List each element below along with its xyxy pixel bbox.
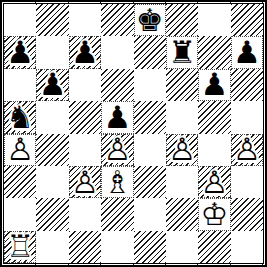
square-a1[interactable]: ♜♖ <box>4 231 36 263</box>
piece-white-pawn: ♟♙ <box>198 166 230 198</box>
square-d4[interactable]: ♟♙ <box>101 134 133 166</box>
black-rook-glyph: ♜ <box>166 36 198 68</box>
black-pawn-glyph: ♟ <box>4 36 36 68</box>
square-b2[interactable] <box>36 198 68 230</box>
square-b3[interactable] <box>36 166 68 198</box>
square-e6[interactable] <box>134 69 166 101</box>
square-a7[interactable]: ♟♟ <box>4 36 36 68</box>
square-h5[interactable] <box>231 101 263 133</box>
piece-white-bishop: ♝♗ <box>101 166 133 198</box>
square-c6[interactable] <box>69 69 101 101</box>
square-c7[interactable]: ♟♟ <box>69 36 101 68</box>
square-g5[interactable] <box>198 101 230 133</box>
piece-white-pawn: ♟♙ <box>4 134 36 166</box>
square-d3[interactable]: ♝♗ <box>101 166 133 198</box>
square-e1[interactable] <box>134 231 166 263</box>
square-g7[interactable] <box>198 36 230 68</box>
square-d7[interactable] <box>101 36 133 68</box>
square-c2[interactable] <box>69 198 101 230</box>
white-pawn-glyph: ♙ <box>166 134 198 166</box>
square-f4[interactable]: ♟♙ <box>166 134 198 166</box>
square-c1[interactable] <box>69 231 101 263</box>
square-e3[interactable] <box>134 166 166 198</box>
square-f8[interactable] <box>166 4 198 36</box>
square-g3[interactable]: ♟♙ <box>198 166 230 198</box>
black-pawn-glyph: ♟ <box>198 69 230 101</box>
piece-black-king: ♚♚ <box>134 4 166 36</box>
square-b4[interactable] <box>36 134 68 166</box>
square-c3[interactable]: ♟♙ <box>69 166 101 198</box>
square-b8[interactable] <box>36 4 68 36</box>
square-b1[interactable] <box>36 231 68 263</box>
square-b6[interactable]: ♟♟ <box>36 69 68 101</box>
square-a8[interactable] <box>4 4 36 36</box>
square-g1[interactable] <box>198 231 230 263</box>
piece-black-rook: ♜♜ <box>166 36 198 68</box>
square-d1[interactable] <box>101 231 133 263</box>
piece-black-knight: ♞♞ <box>4 101 36 133</box>
square-b5[interactable] <box>36 101 68 133</box>
square-h3[interactable] <box>231 166 263 198</box>
square-g6[interactable]: ♟♟ <box>198 69 230 101</box>
square-f5[interactable] <box>166 101 198 133</box>
piece-white-pawn: ♟♙ <box>231 134 263 166</box>
square-d2[interactable] <box>101 198 133 230</box>
piece-black-pawn: ♟♟ <box>36 69 68 101</box>
square-e4[interactable] <box>134 134 166 166</box>
square-f1[interactable] <box>166 231 198 263</box>
square-f7[interactable]: ♜♜ <box>166 36 198 68</box>
square-c5[interactable] <box>69 101 101 133</box>
square-d5[interactable]: ♟♟ <box>101 101 133 133</box>
piece-white-rook: ♜♖ <box>4 231 36 263</box>
square-f2[interactable] <box>166 198 198 230</box>
piece-white-king: ♚♔ <box>198 198 230 230</box>
square-e5[interactable] <box>134 101 166 133</box>
square-a4[interactable]: ♟♙ <box>4 134 36 166</box>
square-c8[interactable] <box>69 4 101 36</box>
black-knight-glyph: ♞ <box>4 101 36 133</box>
square-h7[interactable]: ♟♟ <box>231 36 263 68</box>
piece-black-pawn: ♟♟ <box>101 101 133 133</box>
square-g4[interactable] <box>198 134 230 166</box>
board-inner-border: ♚♚♟♟♟♟♜♜♟♟♟♟♟♟♞♞♟♟♟♙♟♙♟♙♟♙♟♙♝♗♟♙♚♔♜♖ <box>3 3 264 264</box>
chess-diagram: ♚♚♟♟♟♟♜♜♟♟♟♟♟♟♞♞♟♟♟♙♟♙♟♙♟♙♟♙♝♗♟♙♚♔♜♖ <box>0 0 267 267</box>
black-pawn-glyph: ♟ <box>36 69 68 101</box>
square-h2[interactable] <box>231 198 263 230</box>
piece-white-pawn: ♟♙ <box>101 134 133 166</box>
black-pawn-glyph: ♟ <box>101 101 133 133</box>
square-a2[interactable] <box>4 198 36 230</box>
piece-black-pawn: ♟♟ <box>4 36 36 68</box>
piece-white-pawn: ♟♙ <box>166 134 198 166</box>
white-pawn-glyph: ♙ <box>69 166 101 198</box>
white-rook-glyph: ♖ <box>4 231 36 263</box>
black-pawn-glyph: ♟ <box>69 36 101 68</box>
square-h1[interactable] <box>231 231 263 263</box>
square-e8[interactable]: ♚♚ <box>134 4 166 36</box>
white-pawn-glyph: ♙ <box>231 134 263 166</box>
black-king-glyph: ♚ <box>134 4 166 36</box>
square-e2[interactable] <box>134 198 166 230</box>
square-a5[interactable]: ♞♞ <box>4 101 36 133</box>
square-b7[interactable] <box>36 36 68 68</box>
square-d8[interactable] <box>101 4 133 36</box>
piece-black-pawn: ♟♟ <box>198 69 230 101</box>
square-h6[interactable] <box>231 69 263 101</box>
white-pawn-glyph: ♙ <box>198 166 230 198</box>
black-pawn-glyph: ♟ <box>231 36 263 68</box>
square-h4[interactable]: ♟♙ <box>231 134 263 166</box>
square-h8[interactable] <box>231 4 263 36</box>
square-g8[interactable] <box>198 4 230 36</box>
square-a3[interactable] <box>4 166 36 198</box>
square-e7[interactable] <box>134 36 166 68</box>
square-g2[interactable]: ♚♔ <box>198 198 230 230</box>
square-f6[interactable] <box>166 69 198 101</box>
square-d6[interactable] <box>101 69 133 101</box>
square-a6[interactable] <box>4 69 36 101</box>
square-f3[interactable] <box>166 166 198 198</box>
piece-black-pawn: ♟♟ <box>69 36 101 68</box>
white-pawn-glyph: ♙ <box>4 134 36 166</box>
white-bishop-glyph: ♗ <box>101 166 133 198</box>
square-c4[interactable] <box>69 134 101 166</box>
white-pawn-glyph: ♙ <box>101 134 133 166</box>
white-king-glyph: ♔ <box>198 198 230 230</box>
piece-black-pawn: ♟♟ <box>231 36 263 68</box>
piece-white-pawn: ♟♙ <box>69 166 101 198</box>
chess-board: ♚♚♟♟♟♟♜♜♟♟♟♟♟♟♞♞♟♟♟♙♟♙♟♙♟♙♟♙♝♗♟♙♚♔♜♖ <box>4 4 263 263</box>
